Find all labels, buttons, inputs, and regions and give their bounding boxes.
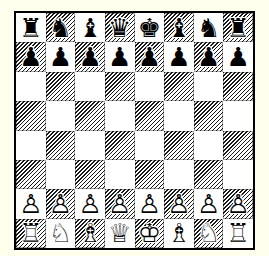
- piece-white-king: ♔: [135, 219, 165, 248]
- piece-black-queen: ♛: [105, 13, 135, 42]
- square-b3[interactable]: [46, 160, 76, 189]
- square-g5[interactable]: [194, 101, 224, 130]
- piece-halo: ♞: [194, 219, 224, 248]
- piece-halo: ♟: [194, 189, 224, 218]
- square-h6[interactable]: [223, 72, 253, 101]
- app-background: { "game": "chess", "app": { "background_…: [0, 0, 269, 256]
- square-a6[interactable]: [16, 72, 46, 101]
- piece-halo: ♚: [135, 219, 165, 248]
- square-h2[interactable]: ♟♙: [223, 189, 253, 218]
- square-g8[interactable]: ♞♞: [194, 13, 224, 42]
- piece-halo: ♟: [164, 189, 194, 218]
- square-b1[interactable]: ♞♘: [46, 219, 76, 248]
- piece-white-bishop: ♗: [75, 219, 105, 248]
- square-a7[interactable]: ♟♟: [16, 42, 46, 71]
- square-e2[interactable]: ♟♙: [135, 189, 165, 218]
- piece-white-queen: ♕: [105, 219, 135, 248]
- square-f8[interactable]: ♝♝: [164, 13, 194, 42]
- piece-black-bishop: ♝: [164, 13, 194, 42]
- square-h1[interactable]: ♜♖: [223, 219, 253, 248]
- square-a3[interactable]: [16, 160, 46, 189]
- chess-board: ♜♜♞♞♝♝♛♛♚♚♝♝♞♞♜♜♟♟♟♟♟♟♟♟♟♟♟♟♟♟♟♟♟♙♟♙♟♙♟♙…: [14, 11, 255, 250]
- square-a4[interactable]: [16, 131, 46, 160]
- square-a8[interactable]: ♜♜: [16, 13, 46, 42]
- piece-halo: ♝: [75, 13, 105, 42]
- piece-black-pawn: ♟: [164, 42, 194, 71]
- piece-white-rook: ♖: [223, 219, 253, 248]
- square-c1[interactable]: ♝♗: [75, 219, 105, 248]
- square-d8[interactable]: ♛♛: [105, 13, 135, 42]
- square-f1[interactable]: ♝♗: [164, 219, 194, 248]
- piece-black-rook: ♜: [223, 13, 253, 42]
- square-c6[interactable]: [75, 72, 105, 101]
- piece-white-knight: ♘: [46, 219, 76, 248]
- piece-white-pawn: ♙: [46, 189, 76, 218]
- square-c7[interactable]: ♟♟: [75, 42, 105, 71]
- square-d5[interactable]: [105, 101, 135, 130]
- square-c3[interactable]: [75, 160, 105, 189]
- piece-halo: ♛: [105, 13, 135, 42]
- piece-white-bishop: ♗: [164, 219, 194, 248]
- piece-halo: ♟: [75, 42, 105, 71]
- piece-halo: ♞: [46, 219, 76, 248]
- square-g2[interactable]: ♟♙: [194, 189, 224, 218]
- square-d3[interactable]: [105, 160, 135, 189]
- piece-halo: ♟: [223, 42, 253, 71]
- piece-black-pawn: ♟: [105, 42, 135, 71]
- piece-white-pawn: ♙: [223, 189, 253, 218]
- piece-black-pawn: ♟: [16, 42, 46, 71]
- square-d7[interactable]: ♟♟: [105, 42, 135, 71]
- square-a5[interactable]: [16, 101, 46, 130]
- square-e5[interactable]: [135, 101, 165, 130]
- square-b6[interactable]: [46, 72, 76, 101]
- piece-white-knight: ♘: [194, 219, 224, 248]
- piece-white-pawn: ♙: [16, 189, 46, 218]
- square-d6[interactable]: [105, 72, 135, 101]
- square-f7[interactable]: ♟♟: [164, 42, 194, 71]
- piece-halo: ♟: [223, 189, 253, 218]
- square-b7[interactable]: ♟♟: [46, 42, 76, 71]
- piece-white-pawn: ♙: [105, 189, 135, 218]
- piece-halo: ♟: [16, 42, 46, 71]
- square-g7[interactable]: ♟♟: [194, 42, 224, 71]
- piece-white-pawn: ♙: [75, 189, 105, 218]
- piece-white-pawn: ♙: [194, 189, 224, 218]
- square-d4[interactable]: [105, 131, 135, 160]
- square-c4[interactable]: [75, 131, 105, 160]
- square-e3[interactable]: [135, 160, 165, 189]
- square-h5[interactable]: [223, 101, 253, 130]
- square-d2[interactable]: ♟♙: [105, 189, 135, 218]
- square-c5[interactable]: [75, 101, 105, 130]
- square-f6[interactable]: [164, 72, 194, 101]
- piece-black-knight: ♞: [194, 13, 224, 42]
- piece-white-pawn: ♙: [135, 189, 165, 218]
- piece-black-rook: ♜: [16, 13, 46, 42]
- piece-black-knight: ♞: [46, 13, 76, 42]
- square-f5[interactable]: [164, 101, 194, 130]
- square-g1[interactable]: ♞♘: [194, 219, 224, 248]
- piece-halo: ♟: [135, 42, 165, 71]
- piece-black-pawn: ♟: [223, 42, 253, 71]
- piece-halo: ♟: [46, 42, 76, 71]
- piece-black-pawn: ♟: [194, 42, 224, 71]
- piece-halo: ♞: [46, 13, 76, 42]
- square-b5[interactable]: [46, 101, 76, 130]
- square-e4[interactable]: [135, 131, 165, 160]
- square-h7[interactable]: ♟♟: [223, 42, 253, 71]
- piece-halo: ♝: [164, 219, 194, 248]
- piece-halo: ♟: [164, 42, 194, 71]
- square-e1[interactable]: ♚♔: [135, 219, 165, 248]
- square-d1[interactable]: ♛♕: [105, 219, 135, 248]
- square-e8[interactable]: ♚♚: [135, 13, 165, 42]
- piece-halo: ♜: [223, 13, 253, 42]
- piece-halo: ♜: [16, 219, 46, 248]
- piece-halo: ♝: [75, 219, 105, 248]
- square-g6[interactable]: [194, 72, 224, 101]
- square-g3[interactable]: [194, 160, 224, 189]
- square-e6[interactable]: [135, 72, 165, 101]
- piece-white-rook: ♖: [16, 219, 46, 248]
- piece-halo: ♟: [194, 42, 224, 71]
- piece-halo: ♚: [135, 13, 165, 42]
- square-f4[interactable]: [164, 131, 194, 160]
- piece-black-pawn: ♟: [46, 42, 76, 71]
- square-e7[interactable]: ♟♟: [135, 42, 165, 71]
- piece-halo: ♟: [16, 189, 46, 218]
- piece-halo: ♟: [105, 189, 135, 218]
- square-h8[interactable]: ♜♜: [223, 13, 253, 42]
- square-c2[interactable]: ♟♙: [75, 189, 105, 218]
- piece-halo: ♟: [46, 189, 76, 218]
- piece-halo: ♛: [105, 219, 135, 248]
- square-h3[interactable]: [223, 160, 253, 189]
- piece-halo: ♟: [135, 189, 165, 218]
- square-b2[interactable]: ♟♙: [46, 189, 76, 218]
- piece-halo: ♟: [75, 189, 105, 218]
- piece-black-pawn: ♟: [135, 42, 165, 71]
- square-f2[interactable]: ♟♙: [164, 189, 194, 218]
- square-a1[interactable]: ♜♖: [16, 219, 46, 248]
- piece-halo: ♜: [16, 13, 46, 42]
- piece-black-bishop: ♝: [75, 13, 105, 42]
- square-c8[interactable]: ♝♝: [75, 13, 105, 42]
- piece-halo: ♟: [105, 42, 135, 71]
- square-h4[interactable]: [223, 131, 253, 160]
- square-f3[interactable]: [164, 160, 194, 189]
- piece-halo: ♞: [194, 13, 224, 42]
- square-b4[interactable]: [46, 131, 76, 160]
- piece-halo: ♜: [223, 219, 253, 248]
- square-a2[interactable]: ♟♙: [16, 189, 46, 218]
- square-b8[interactable]: ♞♞: [46, 13, 76, 42]
- piece-black-pawn: ♟: [75, 42, 105, 71]
- square-g4[interactable]: [194, 131, 224, 160]
- piece-halo: ♝: [164, 13, 194, 42]
- piece-white-pawn: ♙: [164, 189, 194, 218]
- piece-black-king: ♚: [135, 13, 165, 42]
